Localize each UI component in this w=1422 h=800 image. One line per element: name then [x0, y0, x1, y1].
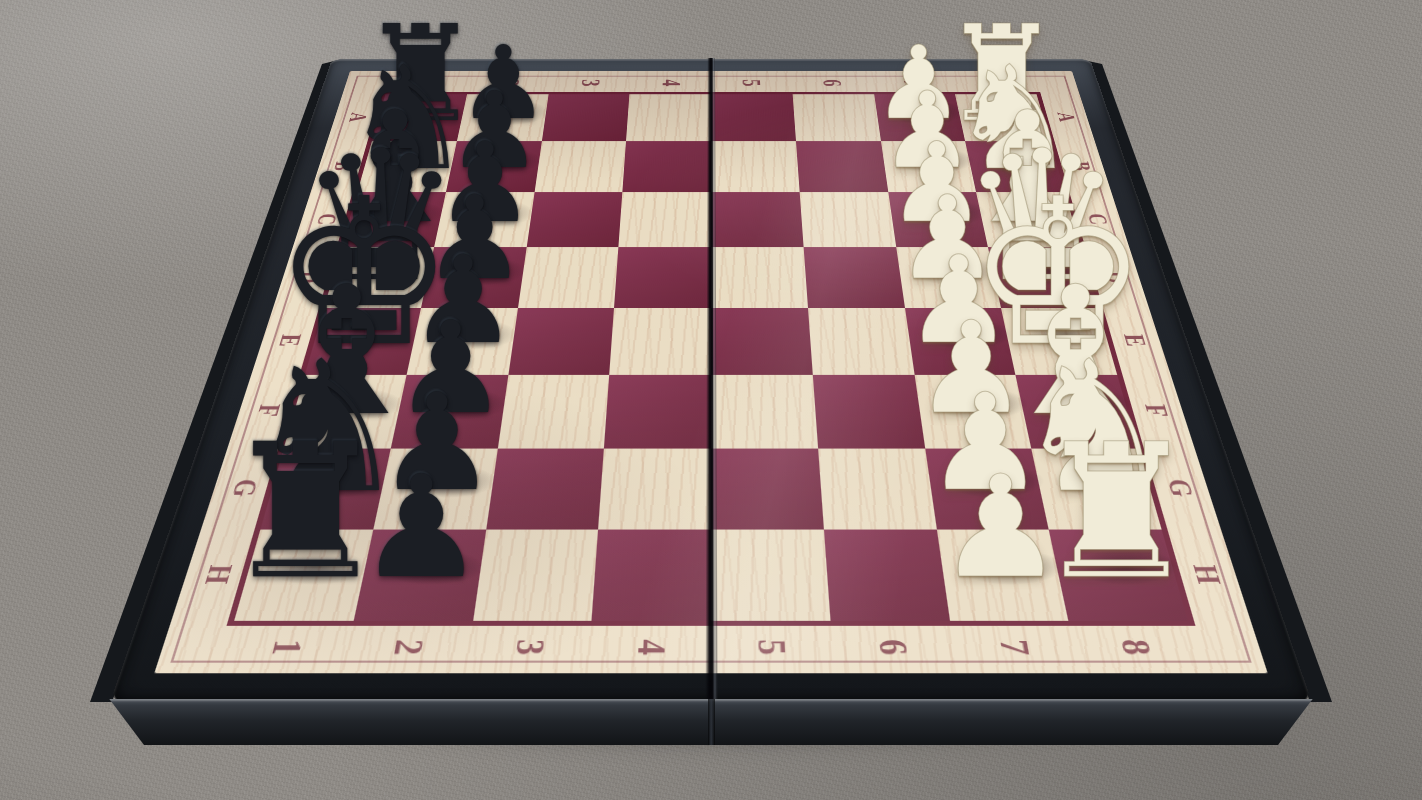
rank-label-far-3: 3: [575, 79, 606, 86]
square-g5: [711, 448, 824, 530]
square-b6: [796, 141, 888, 192]
square-d4: [614, 247, 711, 308]
square-g8: [1031, 448, 1161, 530]
square-d6: [803, 247, 904, 308]
rank-label-far-4: 4: [656, 79, 686, 86]
rank-label-far-1: 1: [413, 79, 445, 86]
square-g3: [486, 448, 605, 530]
file-label-left-E: E: [271, 334, 307, 346]
square-h7: [936, 530, 1068, 621]
square-f3: [497, 375, 609, 449]
square-d5: [711, 247, 808, 308]
rank-label-far-7: 7: [897, 79, 928, 86]
square-c2: [434, 192, 534, 247]
square-h5: [711, 530, 830, 621]
square-a5: [711, 94, 796, 141]
file-label-left-G: G: [223, 479, 264, 497]
file-label-right-F: F: [1136, 404, 1173, 417]
square-g4: [598, 448, 711, 530]
rank-label-far-2: 2: [494, 79, 525, 86]
square-f5: [711, 375, 818, 449]
rank-label-near-5: 5: [749, 639, 795, 655]
square-c1: [341, 192, 445, 247]
square-g1: [260, 448, 390, 530]
square-e5: [711, 308, 813, 375]
square-h8: [1049, 530, 1188, 621]
rank-label-near-2: 2: [384, 639, 432, 655]
file-label-right-B: B: [1065, 161, 1096, 170]
file-label-left-C: C: [309, 214, 341, 225]
square-a7: [874, 94, 965, 141]
square-f8: [1016, 375, 1139, 449]
square-c6: [799, 192, 895, 247]
square-e4: [609, 308, 711, 375]
file-label-right-G: G: [1158, 479, 1199, 497]
file-label-right-C: C: [1080, 214, 1112, 225]
square-d1: [324, 247, 434, 308]
square-f2: [391, 375, 508, 449]
file-label-right-H: H: [1183, 564, 1226, 584]
square-a8: [955, 94, 1050, 141]
rank-label-far-5: 5: [736, 79, 766, 86]
square-b3: [534, 141, 626, 192]
square-b7: [881, 141, 977, 192]
square-a6: [792, 94, 880, 141]
file-label-right-D: D: [1097, 271, 1131, 283]
square-d8: [988, 247, 1098, 308]
square-d3: [518, 247, 619, 308]
square-a4: [626, 94, 711, 141]
file-label-left-D: D: [291, 271, 325, 283]
board-front-rim: [92, 699, 1330, 745]
square-h2: [353, 530, 485, 621]
square-e3: [508, 308, 614, 375]
square-c8: [976, 192, 1080, 247]
square-f4: [604, 375, 711, 449]
square-e1: [305, 308, 421, 375]
square-b8: [965, 141, 1064, 192]
square-c4: [619, 192, 711, 247]
square-h1: [234, 530, 373, 621]
front-rim-seam: [708, 699, 715, 745]
square-b1: [357, 141, 456, 192]
square-a2: [457, 94, 548, 141]
square-a1: [372, 94, 467, 141]
rank-label-far-6: 6: [817, 79, 848, 86]
rank-label-near-8: 8: [1110, 639, 1159, 655]
rank-label-near-3: 3: [506, 639, 553, 655]
square-g2: [373, 448, 497, 530]
rank-label-near-7: 7: [990, 639, 1038, 655]
file-label-left-H: H: [195, 564, 238, 584]
file-label-right-A: A: [1050, 113, 1079, 122]
rank-label-far-8: 8: [977, 79, 1009, 86]
square-e8: [1001, 308, 1117, 375]
rank-label-near-6: 6: [869, 639, 916, 655]
square-e6: [808, 308, 914, 375]
square-b2: [446, 141, 542, 192]
square-h4: [592, 530, 711, 621]
square-c5: [711, 192, 803, 247]
square-d2: [421, 247, 526, 308]
file-label-left-A: A: [342, 113, 371, 122]
file-label-left-B: B: [327, 161, 358, 170]
square-c3: [526, 192, 622, 247]
square-f1: [284, 375, 407, 449]
square-g6: [818, 448, 937, 530]
rank-label-near-1: 1: [263, 639, 312, 655]
square-g7: [925, 448, 1049, 530]
file-label-right-E: E: [1116, 334, 1152, 346]
square-h3: [473, 530, 599, 621]
square-d7: [896, 247, 1001, 308]
square-e2: [406, 308, 517, 375]
square-f7: [914, 375, 1031, 449]
square-b5: [711, 141, 799, 192]
square-f6: [813, 375, 925, 449]
square-a3: [541, 94, 629, 141]
square-e7: [905, 308, 1016, 375]
square-b4: [623, 141, 711, 192]
square-h6: [824, 530, 950, 621]
square-c7: [888, 192, 988, 247]
file-label-left-F: F: [248, 404, 285, 417]
rank-label-near-4: 4: [628, 639, 674, 655]
photo-scene: 1122334455667788AABBCCDDEEFFGGHH ♜♞♝♛♚♝♞…: [0, 0, 1422, 800]
